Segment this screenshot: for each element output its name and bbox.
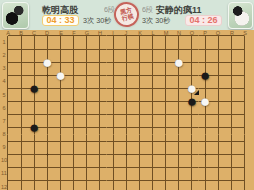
intersection-P9[interactable] xyxy=(199,135,212,148)
intersection-R5[interactable] xyxy=(225,82,238,95)
intersection-K1[interactable] xyxy=(133,29,146,42)
intersection-K7[interactable] xyxy=(133,108,146,121)
intersection-I1[interactable] xyxy=(107,29,120,42)
black-stone-C8: ● xyxy=(28,121,41,134)
intersection-P10[interactable] xyxy=(199,148,212,161)
intersection-D4[interactable] xyxy=(41,69,54,82)
intersection-B6[interactable] xyxy=(15,95,28,108)
intersection-C13[interactable] xyxy=(28,187,41,190)
intersection-H9[interactable] xyxy=(93,135,106,148)
intersection-B1[interactable] xyxy=(15,29,28,42)
intersection-B12[interactable] xyxy=(15,174,28,187)
intersection-K3[interactable] xyxy=(133,56,146,69)
intersection-O6[interactable]: ● xyxy=(185,95,198,108)
intersection-G12[interactable] xyxy=(80,174,93,187)
intersection-L3[interactable] xyxy=(146,56,159,69)
intersection-P12[interactable] xyxy=(199,174,212,187)
intersection-H3[interactable] xyxy=(93,56,106,69)
intersection-N5[interactable] xyxy=(172,82,185,95)
intersection-I2[interactable] xyxy=(107,43,120,56)
intersection-N13[interactable] xyxy=(172,187,185,190)
intersection-C11[interactable] xyxy=(28,161,41,174)
intersection-K13[interactable] xyxy=(133,187,146,190)
intersection-Q10[interactable] xyxy=(212,148,225,161)
intersection-O8[interactable] xyxy=(185,121,198,134)
intersection-H1[interactable] xyxy=(93,29,106,42)
intersection-Q12[interactable] xyxy=(212,174,225,187)
white-stone-N3: ● xyxy=(172,56,185,69)
intersection-N3[interactable]: ● xyxy=(172,56,185,69)
intersection-D7[interactable] xyxy=(41,108,54,121)
intersection-A11[interactable] xyxy=(1,161,14,174)
intersection-P4[interactable]: ● xyxy=(199,69,212,82)
intersection-N1[interactable] xyxy=(172,29,185,42)
white-stone-D3: ● xyxy=(41,56,54,69)
intersection-I6[interactable] xyxy=(107,95,120,108)
intersection-O11[interactable] xyxy=(185,161,198,174)
intersection-S7[interactable] xyxy=(238,108,251,121)
intersection-N12[interactable] xyxy=(172,174,185,187)
intersection-S11[interactable] xyxy=(238,161,251,174)
intersection-P3[interactable] xyxy=(199,56,212,69)
intersection-D8[interactable] xyxy=(41,121,54,134)
intersection-G5[interactable] xyxy=(80,82,93,95)
right-player-timer: 04 : 26 xyxy=(185,15,222,26)
intersection-E5[interactable] xyxy=(54,82,67,95)
intersection-K9[interactable] xyxy=(133,135,146,148)
intersection-M11[interactable] xyxy=(159,161,172,174)
black-stone-P4: ● xyxy=(199,69,212,82)
intersection-J12[interactable] xyxy=(120,174,133,187)
intersection-S10[interactable] xyxy=(238,148,251,161)
black-stone-O6: ● xyxy=(185,95,198,108)
intersection-L10[interactable] xyxy=(146,148,159,161)
intersection-S8[interactable] xyxy=(238,121,251,134)
intersection-P7[interactable] xyxy=(199,108,212,121)
intersection-E1[interactable] xyxy=(54,29,67,42)
intersection-D1[interactable] xyxy=(41,29,54,42)
intersection-J13[interactable] xyxy=(120,187,133,190)
white-stone-E4: ● xyxy=(54,69,67,82)
right-player-avatar[interactable] xyxy=(228,2,253,29)
intersection-R7[interactable] xyxy=(225,108,238,121)
intersection-C1[interactable] xyxy=(28,29,41,42)
match-header: 乾明高股 6段 04 : 33 3次 30秒 黑方 行棋 6段 安静的疯11 3… xyxy=(0,0,254,30)
intersection-L6[interactable] xyxy=(146,95,159,108)
intersection-J5[interactable] xyxy=(120,82,133,95)
intersection-H2[interactable] xyxy=(93,43,106,56)
intersection-G11[interactable] xyxy=(80,161,93,174)
intersection-A2[interactable] xyxy=(1,43,14,56)
left-player-byoyomi: 3次 30秒 xyxy=(83,16,111,26)
intersection-B9[interactable] xyxy=(15,135,28,148)
intersection-J10[interactable] xyxy=(120,148,133,161)
intersection-H10[interactable] xyxy=(93,148,106,161)
intersection-M4[interactable] xyxy=(159,69,172,82)
intersection-A1[interactable] xyxy=(1,29,14,42)
intersection-L7[interactable] xyxy=(146,108,159,121)
intersection-J8[interactable] xyxy=(120,121,133,134)
intersection-N11[interactable] xyxy=(172,161,185,174)
intersection-S6[interactable] xyxy=(238,95,251,108)
intersection-I13[interactable] xyxy=(107,187,120,190)
intersection-Q13[interactable] xyxy=(212,187,225,190)
stamp-line2: 行棋 xyxy=(121,13,134,22)
intersection-R11[interactable] xyxy=(225,161,238,174)
intersection-P6[interactable]: ● xyxy=(199,95,212,108)
intersection-K6[interactable] xyxy=(133,95,146,108)
intersection-I11[interactable] xyxy=(107,161,120,174)
intersection-F6[interactable] xyxy=(67,95,80,108)
intersection-S4[interactable] xyxy=(238,69,251,82)
intersection-C7[interactable] xyxy=(28,108,41,121)
intersection-S13[interactable] xyxy=(238,187,251,190)
intersection-B2[interactable] xyxy=(15,43,28,56)
intersection-D9[interactable] xyxy=(41,135,54,148)
intersection-E6[interactable] xyxy=(54,95,67,108)
intersection-J7[interactable] xyxy=(120,108,133,121)
intersection-G13[interactable] xyxy=(80,187,93,190)
intersection-Q3[interactable] xyxy=(212,56,225,69)
intersection-M10[interactable] xyxy=(159,148,172,161)
intersection-C9[interactable] xyxy=(28,135,41,148)
intersection-F12[interactable] xyxy=(67,174,80,187)
intersection-P1[interactable] xyxy=(199,29,212,42)
left-player-avatar[interactable] xyxy=(2,2,29,29)
intersection-Q5[interactable] xyxy=(212,82,225,95)
intersection-R3[interactable] xyxy=(225,56,238,69)
intersection-F7[interactable] xyxy=(67,108,80,121)
intersection-Q8[interactable] xyxy=(212,121,225,134)
intersection-B4[interactable] xyxy=(15,69,28,82)
intersection-Q7[interactable] xyxy=(212,108,225,121)
intersection-F9[interactable] xyxy=(67,135,80,148)
intersection-M2[interactable] xyxy=(159,43,172,56)
intersection-R9[interactable] xyxy=(225,135,238,148)
intersection-G8[interactable] xyxy=(80,121,93,134)
intersection-S9[interactable] xyxy=(238,135,251,148)
intersection-O1[interactable] xyxy=(185,29,198,42)
intersection-L2[interactable] xyxy=(146,43,159,56)
intersection-J11[interactable] xyxy=(120,161,133,174)
right-player-rank: 6段 xyxy=(142,5,153,15)
intersection-J1[interactable] xyxy=(120,29,133,42)
intersection-Q9[interactable] xyxy=(212,135,225,148)
intersection-O7[interactable] xyxy=(185,108,198,121)
intersection-B7[interactable] xyxy=(15,108,28,121)
intersection-C8[interactable]: ● xyxy=(28,121,41,134)
intersection-A8[interactable] xyxy=(1,121,14,134)
intersection-B11[interactable] xyxy=(15,161,28,174)
intersection-O10[interactable] xyxy=(185,148,198,161)
intersection-M13[interactable] xyxy=(159,187,172,190)
intersection-A5[interactable] xyxy=(1,82,14,95)
intersection-H5[interactable] xyxy=(93,82,106,95)
intersection-F5[interactable] xyxy=(67,82,80,95)
intersection-G4[interactable] xyxy=(80,69,93,82)
intersection-E13[interactable] xyxy=(54,187,67,190)
intersection-A4[interactable] xyxy=(1,69,14,82)
intersection-D3[interactable]: ● xyxy=(41,56,54,69)
intersection-M6[interactable] xyxy=(159,95,172,108)
intersection-L8[interactable] xyxy=(146,121,159,134)
intersection-L13[interactable] xyxy=(146,187,159,190)
intersection-F2[interactable] xyxy=(67,43,80,56)
intersection-K11[interactable] xyxy=(133,161,146,174)
intersection-R6[interactable] xyxy=(225,95,238,108)
intersection-A6[interactable] xyxy=(1,95,14,108)
intersection-F10[interactable] xyxy=(67,148,80,161)
intersection-B5[interactable] xyxy=(15,82,28,95)
intersection-D10[interactable] xyxy=(41,148,54,161)
intersection-O12[interactable] xyxy=(185,174,198,187)
intersection-D13[interactable] xyxy=(41,187,54,190)
intersection-F13[interactable] xyxy=(67,187,80,190)
intersection-A12[interactable] xyxy=(1,174,14,187)
intersection-Q11[interactable] xyxy=(212,161,225,174)
intersection-N6[interactable] xyxy=(172,95,185,108)
intersection-H8[interactable] xyxy=(93,121,106,134)
go-board: ●●●●●●●●● ABCDEFGHIJKLMNOPQRS12345678910… xyxy=(0,30,254,190)
intersection-I7[interactable] xyxy=(107,108,120,121)
intersection-I5[interactable] xyxy=(107,82,120,95)
intersection-I9[interactable] xyxy=(107,135,120,148)
intersection-R13[interactable] xyxy=(225,187,238,190)
intersection-G10[interactable] xyxy=(80,148,93,161)
intersection-M5[interactable] xyxy=(159,82,172,95)
intersection-F3[interactable] xyxy=(67,56,80,69)
intersection-R10[interactable] xyxy=(225,148,238,161)
white-stone-P6: ● xyxy=(199,95,212,108)
intersection-C3[interactable] xyxy=(28,56,41,69)
intersection-N8[interactable] xyxy=(172,121,185,134)
intersection-A9[interactable] xyxy=(1,135,14,148)
intersection-B13[interactable] xyxy=(15,187,28,190)
intersection-P11[interactable] xyxy=(199,161,212,174)
intersection-P2[interactable] xyxy=(199,43,212,56)
intersection-J4[interactable] xyxy=(120,69,133,82)
intersection-A13[interactable] xyxy=(1,187,14,190)
intersection-H13[interactable] xyxy=(93,187,106,190)
intersection-H12[interactable] xyxy=(93,174,106,187)
intersection-R1[interactable] xyxy=(225,29,238,42)
intersection-H11[interactable] xyxy=(93,161,106,174)
intersection-O2[interactable] xyxy=(185,43,198,56)
intersection-E3[interactable] xyxy=(54,56,67,69)
intersection-I12[interactable] xyxy=(107,174,120,187)
intersection-K12[interactable] xyxy=(133,174,146,187)
intersection-J9[interactable] xyxy=(120,135,133,148)
intersection-C10[interactable] xyxy=(28,148,41,161)
intersection-L9[interactable] xyxy=(146,135,159,148)
intersection-C4[interactable] xyxy=(28,69,41,82)
intersection-S2[interactable] xyxy=(238,43,251,56)
intersection-H6[interactable] xyxy=(93,95,106,108)
intersection-E4[interactable]: ● xyxy=(54,69,67,82)
intersection-J6[interactable] xyxy=(120,95,133,108)
intersection-I4[interactable] xyxy=(107,69,120,82)
intersection-F8[interactable] xyxy=(67,121,80,134)
intersection-K10[interactable] xyxy=(133,148,146,161)
intersection-E12[interactable] xyxy=(54,174,67,187)
intersection-B8[interactable] xyxy=(15,121,28,134)
intersection-O9[interactable] xyxy=(185,135,198,148)
intersection-M12[interactable] xyxy=(159,174,172,187)
intersection-G6[interactable] xyxy=(80,95,93,108)
intersection-L11[interactable] xyxy=(146,161,159,174)
intersection-K4[interactable] xyxy=(133,69,146,82)
intersection-L4[interactable] xyxy=(146,69,159,82)
intersection-F1[interactable] xyxy=(67,29,80,42)
intersection-D11[interactable] xyxy=(41,161,54,174)
intersection-N4[interactable] xyxy=(172,69,185,82)
intersection-E9[interactable] xyxy=(54,135,67,148)
intersection-Q2[interactable] xyxy=(212,43,225,56)
intersection-M7[interactable] xyxy=(159,108,172,121)
intersection-E2[interactable] xyxy=(54,43,67,56)
intersection-S1[interactable] xyxy=(238,29,251,42)
intersection-R2[interactable] xyxy=(225,43,238,56)
intersection-N9[interactable] xyxy=(172,135,185,148)
black-stone-C5: ● xyxy=(28,82,41,95)
intersection-N7[interactable] xyxy=(172,108,185,121)
intersection-C2[interactable] xyxy=(28,43,41,56)
intersection-D6[interactable] xyxy=(41,95,54,108)
intersection-Q1[interactable] xyxy=(212,29,225,42)
intersection-R8[interactable] xyxy=(225,121,238,134)
intersection-A7[interactable] xyxy=(1,108,14,121)
intersection-F11[interactable] xyxy=(67,161,80,174)
intersection-O4[interactable] xyxy=(185,69,198,82)
intersection-E11[interactable] xyxy=(54,161,67,174)
intersection-M8[interactable] xyxy=(159,121,172,134)
intersection-R4[interactable] xyxy=(225,69,238,82)
intersection-D5[interactable] xyxy=(41,82,54,95)
intersection-H7[interactable] xyxy=(93,108,106,121)
intersection-H4[interactable] xyxy=(93,69,106,82)
intersection-J3[interactable] xyxy=(120,56,133,69)
intersection-N2[interactable] xyxy=(172,43,185,56)
intersection-A3[interactable] xyxy=(1,56,14,69)
intersection-O3[interactable] xyxy=(185,56,198,69)
intersection-O5[interactable]: ● xyxy=(185,82,198,95)
intersection-P13[interactable] xyxy=(199,187,212,190)
intersection-E8[interactable] xyxy=(54,121,67,134)
intersection-P8[interactable] xyxy=(199,121,212,134)
intersection-K5[interactable] xyxy=(133,82,146,95)
intersection-S5[interactable] xyxy=(238,82,251,95)
intersection-K8[interactable] xyxy=(133,121,146,134)
intersection-M9[interactable] xyxy=(159,135,172,148)
intersection-L5[interactable] xyxy=(146,82,159,95)
go-app-window: 乾明高股 6段 04 : 33 3次 30秒 黑方 行棋 6段 安静的疯11 3… xyxy=(0,0,254,190)
left-player-timer: 04 : 33 xyxy=(42,15,79,26)
intersection-Q4[interactable] xyxy=(212,69,225,82)
intersection-G9[interactable] xyxy=(80,135,93,148)
intersection-P5[interactable] xyxy=(199,82,212,95)
intersection-A10[interactable] xyxy=(1,148,14,161)
intersection-S3[interactable] xyxy=(238,56,251,69)
intersection-G7[interactable] xyxy=(80,108,93,121)
intersection-S12[interactable] xyxy=(238,174,251,187)
intersection-C6[interactable] xyxy=(28,95,41,108)
intersection-E10[interactable] xyxy=(54,148,67,161)
intersection-D12[interactable] xyxy=(41,174,54,187)
intersection-F4[interactable] xyxy=(67,69,80,82)
intersection-K2[interactable] xyxy=(133,43,146,56)
intersection-C12[interactable] xyxy=(28,174,41,187)
intersection-O13[interactable] xyxy=(185,187,198,190)
intersection-J2[interactable] xyxy=(120,43,133,56)
intersection-D2[interactable] xyxy=(41,43,54,56)
intersection-G1[interactable] xyxy=(80,29,93,42)
intersection-G2[interactable] xyxy=(80,43,93,56)
intersection-L12[interactable] xyxy=(146,174,159,187)
go-grid: ●●●●●●●●● xyxy=(1,29,251,190)
intersection-G3[interactable] xyxy=(80,56,93,69)
right-player-byoyomi: 3次 30秒 xyxy=(142,16,170,26)
intersection-B10[interactable] xyxy=(15,148,28,161)
intersection-C5[interactable]: ● xyxy=(28,82,41,95)
intersection-M3[interactable] xyxy=(159,56,172,69)
intersection-M1[interactable] xyxy=(159,29,172,42)
intersection-I3[interactable] xyxy=(107,56,120,69)
intersection-I10[interactable] xyxy=(107,148,120,161)
intersection-R12[interactable] xyxy=(225,174,238,187)
intersection-N10[interactable] xyxy=(172,148,185,161)
intersection-Q6[interactable] xyxy=(212,95,225,108)
intersection-I8[interactable] xyxy=(107,121,120,134)
intersection-L1[interactable] xyxy=(146,29,159,42)
turn-indicator-stamp: 黑方 行棋 xyxy=(111,0,141,30)
intersection-E7[interactable] xyxy=(54,108,67,121)
intersection-B3[interactable] xyxy=(15,56,28,69)
